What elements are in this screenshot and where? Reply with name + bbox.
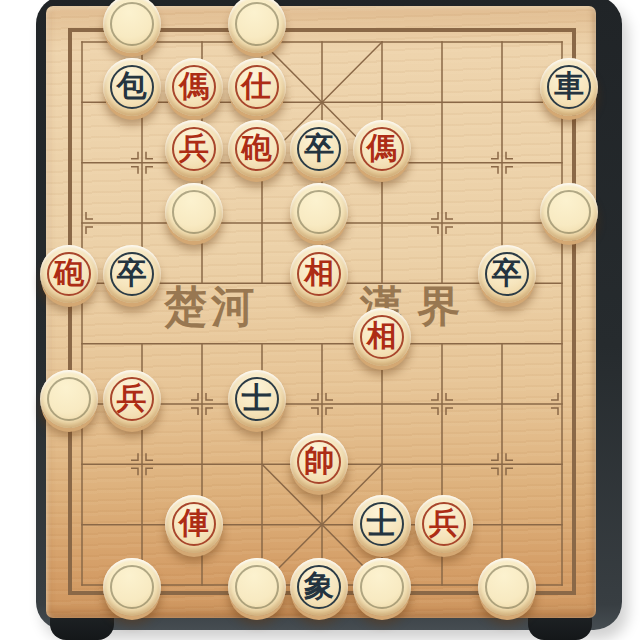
piece-red-horse-c6r3[interactable]: 傌 xyxy=(353,120,411,178)
piece-hidden-hidden-c5r4[interactable] xyxy=(290,183,348,241)
piece-red-soldier-c3r3[interactable]: 兵 xyxy=(165,120,223,178)
piece-ring xyxy=(235,565,279,609)
piece-glyph: 帥 xyxy=(290,433,348,491)
piece-red-elephant-c6r6[interactable]: 相 xyxy=(353,308,411,366)
piece-hidden-hidden-c2r10[interactable] xyxy=(103,558,161,616)
piece-hidden-hidden-c4r10[interactable] xyxy=(228,558,286,616)
piece-red-horse-c3r2[interactable]: 傌 xyxy=(165,58,223,116)
piece-glyph: 相 xyxy=(353,308,411,366)
piece-glyph: 兵 xyxy=(103,370,161,428)
piece-glyph: 卒 xyxy=(103,245,161,303)
piece-glyph: 象 xyxy=(290,558,348,616)
piece-hidden-hidden-c3r4[interactable] xyxy=(165,183,223,241)
piece-glyph: 士 xyxy=(228,370,286,428)
piece-hidden-hidden-c1r7[interactable] xyxy=(40,370,98,428)
piece-glyph: 傌 xyxy=(165,58,223,116)
piece-ring xyxy=(485,565,529,609)
piece-ring xyxy=(297,190,341,234)
piece-black-soldier-c2r5[interactable]: 卒 xyxy=(103,245,161,303)
piece-glyph: 卒 xyxy=(478,245,536,303)
piece-glyph: 傌 xyxy=(353,120,411,178)
piece-black-chariot-c9r2[interactable]: 車 xyxy=(540,58,598,116)
piece-glyph: 兵 xyxy=(415,495,473,553)
piece-ring xyxy=(235,2,279,46)
piece-hidden-hidden-c6r10[interactable] xyxy=(353,558,411,616)
piece-glyph: 兵 xyxy=(165,120,223,178)
piece-red-elephant-c5r5[interactable]: 相 xyxy=(290,245,348,303)
piece-red-cannon-c4r3[interactable]: 砲 xyxy=(228,120,286,178)
piece-hidden-hidden-c9r4[interactable] xyxy=(540,183,598,241)
piece-black-elephant-c5r10[interactable]: 象 xyxy=(290,558,348,616)
xiangqi-app: 楚河 漢界 包傌仕車兵砲卒傌砲卒相卒相兵士帥俥士兵象 xyxy=(0,0,640,640)
piece-red-general-c5r8[interactable]: 帥 xyxy=(290,433,348,491)
piece-glyph: 車 xyxy=(540,58,598,116)
piece-hidden-hidden-c8r10[interactable] xyxy=(478,558,536,616)
piece-red-cannon-c1r5[interactable]: 砲 xyxy=(40,245,98,303)
piece-ring xyxy=(547,190,591,234)
piece-red-soldier-c7r9[interactable]: 兵 xyxy=(415,495,473,553)
piece-glyph: 卒 xyxy=(290,120,348,178)
piece-black-advisor-c6r9[interactable]: 士 xyxy=(353,495,411,553)
piece-black-cannon-c2r2[interactable]: 包 xyxy=(103,58,161,116)
river-label-left: 楚河 xyxy=(149,284,273,330)
piece-ring xyxy=(110,565,154,609)
piece-ring xyxy=(172,190,216,234)
piece-glyph: 相 xyxy=(290,245,348,303)
piece-ring xyxy=(360,565,404,609)
piece-red-advisor-c4r2[interactable]: 仕 xyxy=(228,58,286,116)
piece-ring xyxy=(47,377,91,421)
piece-ring xyxy=(110,2,154,46)
piece-glyph: 砲 xyxy=(40,245,98,303)
piece-glyph: 仕 xyxy=(228,58,286,116)
piece-glyph: 包 xyxy=(103,58,161,116)
piece-glyph: 士 xyxy=(353,495,411,553)
piece-black-soldier-c8r5[interactable]: 卒 xyxy=(478,245,536,303)
piece-red-chariot-c3r9[interactable]: 俥 xyxy=(165,495,223,553)
piece-glyph: 俥 xyxy=(165,495,223,553)
piece-red-soldier-c2r7[interactable]: 兵 xyxy=(103,370,161,428)
piece-glyph: 砲 xyxy=(228,120,286,178)
piece-hidden-hidden-c2r1[interactable] xyxy=(103,0,161,53)
piece-hidden-hidden-c4r1[interactable] xyxy=(228,0,286,53)
piece-black-advisor-c4r7[interactable]: 士 xyxy=(228,370,286,428)
piece-black-soldier-c5r3[interactable]: 卒 xyxy=(290,120,348,178)
